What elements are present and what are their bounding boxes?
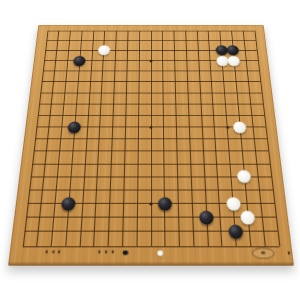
- small-print-right: [286, 251, 289, 255]
- stamp-emblem: [261, 251, 265, 254]
- stone-white-r10[interactable]: [233, 121, 247, 133]
- grid-hline: [22, 246, 279, 247]
- stone-black-q2[interactable]: [227, 224, 242, 238]
- stone-white-r6[interactable]: [237, 170, 252, 183]
- star-point: [149, 202, 152, 205]
- grid-hline: [35, 138, 267, 139]
- stone-black-q17[interactable]: [215, 45, 228, 55]
- black-stone-dot: [122, 250, 127, 255]
- board-front-edge: [8, 262, 294, 265]
- stone-black-d10[interactable]: [67, 121, 81, 133]
- star-point: [225, 126, 228, 129]
- grid-hline: [26, 217, 276, 218]
- stone-black-l4[interactable]: [157, 197, 171, 211]
- stone-black-d16[interactable]: [73, 56, 86, 66]
- stone-black-o3[interactable]: [199, 210, 214, 224]
- stone-white-q16[interactable]: [215, 56, 228, 66]
- grid-hline: [30, 176, 271, 177]
- stone-black-r17[interactable]: [226, 45, 239, 55]
- star-point: [149, 59, 152, 61]
- grid-hline: [32, 163, 270, 164]
- star-point: [149, 126, 152, 129]
- stone-white-r3[interactable]: [240, 210, 255, 224]
- grid-hline: [29, 189, 273, 190]
- white-stone-dot: [157, 250, 162, 255]
- stone-white-r16[interactable]: [227, 56, 240, 66]
- small-print-left: [45, 250, 48, 254]
- grid-hline: [33, 151, 268, 152]
- small-print-center: [104, 250, 107, 254]
- stone-white-f17[interactable]: [97, 45, 109, 55]
- small-print-left: [57, 250, 60, 254]
- oval-stamp: [251, 248, 275, 259]
- go-board[interactable]: [8, 25, 294, 266]
- board-photo: [0, 0, 300, 300]
- small-print-center: [111, 250, 114, 254]
- small-print-left: [51, 250, 54, 254]
- small-print-center: [98, 250, 101, 254]
- stone-black-d4[interactable]: [61, 197, 76, 211]
- stone-white-q4[interactable]: [225, 197, 240, 211]
